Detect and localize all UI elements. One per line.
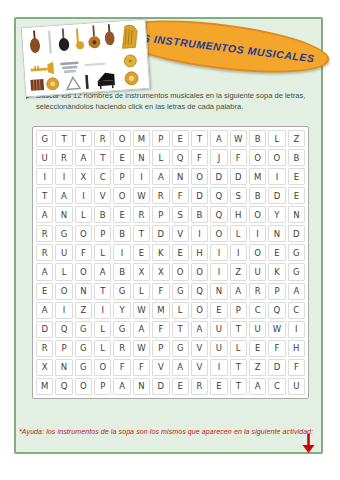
grid-cell[interactable]: F	[152, 321, 169, 338]
grid-cell[interactable]: B	[249, 130, 266, 147]
grid-cell[interactable]: T	[75, 130, 92, 147]
grid-cell[interactable]: O	[191, 168, 208, 185]
grid-cell[interactable]: G	[75, 321, 92, 338]
grid-cell[interactable]: Z	[75, 302, 92, 319]
grid-cell[interactable]: B	[288, 149, 305, 166]
grid-cell[interactable]: U	[55, 244, 72, 261]
grid-cell[interactable]: X	[133, 263, 150, 280]
grid-cell[interactable]: N	[75, 283, 92, 300]
grid-cell[interactable]: W	[133, 302, 150, 319]
grid-cell[interactable]: F	[288, 359, 305, 376]
grid-cell[interactable]: P	[152, 130, 169, 147]
grid-cell[interactable]: W	[268, 321, 285, 338]
grid-cell[interactable]: A	[36, 263, 53, 280]
grid-cell[interactable]: T	[133, 225, 150, 242]
grid-cell[interactable]: O	[191, 263, 208, 280]
grid-cell[interactable]: A	[75, 149, 92, 166]
grid-cell[interactable]: J	[210, 149, 227, 166]
grid-cell[interactable]: D	[230, 168, 247, 185]
grid-cell[interactable]: N	[172, 168, 189, 185]
grid-cell[interactable]: I	[94, 302, 111, 319]
grid-cell[interactable]: B	[249, 187, 266, 204]
grid-cell[interactable]: F	[230, 149, 247, 166]
grid-cell[interactable]: L	[230, 225, 247, 242]
grid-cell[interactable]: T	[172, 321, 189, 338]
grid-cell[interactable]: L	[94, 321, 111, 338]
grid-cell[interactable]: V	[94, 187, 111, 204]
grid-cell[interactable]: U	[210, 340, 227, 357]
grid-cell[interactable]: D	[36, 321, 53, 338]
grid-cell[interactable]: A	[152, 168, 169, 185]
grid-cell[interactable]: E	[113, 206, 130, 223]
grid-cell[interactable]: N	[55, 206, 72, 223]
grid-cell[interactable]: R	[249, 283, 266, 300]
grid-cell[interactable]: G	[288, 263, 305, 280]
grid-cell[interactable]: B	[191, 206, 208, 223]
grid-cell[interactable]: N	[133, 149, 150, 166]
grid-cell[interactable]: M	[36, 378, 53, 395]
grid-cell[interactable]: G	[113, 321, 130, 338]
grid-cell[interactable]: O	[249, 149, 266, 166]
grid-cell[interactable]: D	[268, 359, 285, 376]
grid-cell[interactable]: R	[191, 378, 208, 395]
grid-cell[interactable]: I	[230, 244, 247, 261]
grid-cell[interactable]: F	[113, 359, 130, 376]
grid-cell[interactable]: P	[268, 283, 285, 300]
grid-cell[interactable]: P	[55, 340, 72, 357]
grid-cell[interactable]: G	[288, 244, 305, 261]
grid-cell[interactable]: T	[36, 187, 53, 204]
grid-cell[interactable]: A	[230, 283, 247, 300]
grid-cell[interactable]: A	[113, 378, 130, 395]
grid-cell[interactable]: Q	[55, 378, 72, 395]
grid-cell[interactable]: I	[55, 302, 72, 319]
grid-cell[interactable]: M	[249, 168, 266, 185]
grid-cell[interactable]: O	[172, 263, 189, 280]
grid-cell[interactable]: W	[230, 130, 247, 147]
grid-cell[interactable]: O	[75, 378, 92, 395]
grid-cell[interactable]: T	[94, 149, 111, 166]
grid-cell[interactable]: U	[36, 149, 53, 166]
grid-cell[interactable]: G	[113, 283, 130, 300]
grid-cell[interactable]: T	[230, 359, 247, 376]
grid-cell[interactable]: I	[249, 225, 266, 242]
grid-cell[interactable]: P	[230, 302, 247, 319]
grid-cell[interactable]: N	[268, 225, 285, 242]
grid-cell[interactable]: V	[191, 359, 208, 376]
grid-cell[interactable]: B	[113, 225, 130, 242]
grid-cell[interactable]: F	[172, 187, 189, 204]
grid-cell[interactable]: E	[113, 149, 130, 166]
grid-cell[interactable]: A	[36, 206, 53, 223]
grid-cell[interactable]: X	[152, 263, 169, 280]
grid-cell[interactable]: N	[210, 283, 227, 300]
grid-cell[interactable]: T	[191, 130, 208, 147]
grid-cell[interactable]: N	[133, 378, 150, 395]
grid-cell[interactable]: L	[75, 206, 92, 223]
grid-cell[interactable]: H	[230, 206, 247, 223]
grid-cell[interactable]: E	[172, 378, 189, 395]
grid-cell[interactable]: A	[191, 321, 208, 338]
grid-cell[interactable]: O	[75, 263, 92, 280]
grid-cell[interactable]: E	[288, 168, 305, 185]
grid-cell[interactable]: E	[36, 283, 53, 300]
grid-cell[interactable]: R	[133, 206, 150, 223]
grid-cell[interactable]: C	[249, 302, 266, 319]
grid-cell[interactable]: S	[172, 206, 189, 223]
grid-cell[interactable]: S	[230, 187, 247, 204]
grid-cell[interactable]: O	[55, 283, 72, 300]
grid-cell[interactable]: Q	[210, 206, 227, 223]
grid-cell[interactable]: G	[55, 225, 72, 242]
grid-cell[interactable]: G	[75, 340, 92, 357]
grid-cell[interactable]: I	[210, 263, 227, 280]
grid-cell[interactable]: G	[172, 283, 189, 300]
grid-cell[interactable]: L	[268, 130, 285, 147]
grid-cell[interactable]: M	[152, 302, 169, 319]
grid-cell[interactable]: Z	[230, 263, 247, 280]
grid-cell[interactable]: F	[75, 244, 92, 261]
grid-cell[interactable]: K	[152, 244, 169, 261]
grid-cell[interactable]: O	[249, 206, 266, 223]
grid-cell[interactable]: O	[113, 130, 130, 147]
grid-cell[interactable]: R	[36, 225, 53, 242]
grid-cell[interactable]: Q	[172, 149, 189, 166]
grid-cell[interactable]: R	[36, 244, 53, 261]
grid-cell[interactable]: Q	[210, 187, 227, 204]
grid-cell[interactable]: D	[191, 187, 208, 204]
grid-cell[interactable]: Q	[268, 302, 285, 319]
help-note: *Ayuda: los instrumentos de la sopa son …	[19, 428, 320, 435]
grid-cell[interactable]: P	[152, 206, 169, 223]
grid-cell[interactable]: A	[94, 263, 111, 280]
grid-cell[interactable]: U	[210, 321, 227, 338]
grid-cell[interactable]: E	[268, 244, 285, 261]
grid-cell[interactable]: R	[113, 340, 130, 357]
grid-cell[interactable]: D	[288, 225, 305, 242]
grid-cell[interactable]: D	[268, 187, 285, 204]
grid-cell[interactable]: I	[191, 225, 208, 242]
grid-cell[interactable]: I	[268, 168, 285, 185]
grid-cell[interactable]: R	[36, 340, 53, 357]
grid-cell[interactable]: O	[75, 225, 92, 242]
grid-cell[interactable]: R	[94, 130, 111, 147]
grid-cell[interactable]: P	[152, 340, 169, 357]
grid-cell[interactable]: Q	[191, 283, 208, 300]
grid-cell[interactable]: C	[94, 168, 111, 185]
grid-cell[interactable]: I	[288, 321, 305, 338]
grid-cell[interactable]: K	[268, 263, 285, 280]
grid-cell[interactable]: P	[94, 225, 111, 242]
grid-cell[interactable]: V	[172, 225, 189, 242]
grid-cell[interactable]: T	[55, 130, 72, 147]
grid-cell[interactable]: F	[268, 340, 285, 357]
grid-cell[interactable]: Z	[249, 359, 266, 376]
grid-cell[interactable]: T	[230, 321, 247, 338]
grid-cell[interactable]: A	[55, 187, 72, 204]
grid-cell[interactable]: F	[133, 359, 150, 376]
grid-cell[interactable]: R	[55, 149, 72, 166]
grid-cell[interactable]: G	[36, 130, 53, 147]
grid-cell[interactable]: L	[94, 340, 111, 357]
grid-cell[interactable]: E	[172, 130, 189, 147]
grid-cell[interactable]: F	[191, 149, 208, 166]
grid-cell[interactable]: I	[75, 187, 92, 204]
grid-cell[interactable]: I	[113, 244, 130, 261]
grid-cell[interactable]: L	[230, 340, 247, 357]
grid-cell[interactable]: L	[55, 263, 72, 280]
grid-cell[interactable]: F	[152, 283, 169, 300]
grid-cell[interactable]: Z	[288, 130, 305, 147]
grid-cell[interactable]: E	[210, 302, 227, 319]
grid-cell[interactable]: E	[133, 244, 150, 261]
grid-cell[interactable]: I	[55, 168, 72, 185]
grid-cell[interactable]: U	[249, 263, 266, 280]
grid-cell[interactable]: V	[191, 340, 208, 357]
grid-cell[interactable]: O	[268, 149, 285, 166]
grid-cell[interactable]: O	[191, 302, 208, 319]
grid-cell[interactable]: B	[113, 263, 130, 280]
grid-cell[interactable]: A	[288, 283, 305, 300]
grid-cell[interactable]: N	[55, 359, 72, 376]
grid-cell[interactable]: H	[191, 244, 208, 261]
grid-cell[interactable]: W	[133, 340, 150, 357]
grid-cell[interactable]: D	[152, 378, 169, 395]
grid-cell[interactable]: A	[172, 359, 189, 376]
grid-cell[interactable]: E	[288, 187, 305, 204]
grid-cell[interactable]: M	[133, 130, 150, 147]
grid-cell[interactable]: W	[133, 187, 150, 204]
grid-cell[interactable]: Q	[55, 321, 72, 338]
grid-cell[interactable]: X	[36, 359, 53, 376]
grid-cell[interactable]: L	[133, 283, 150, 300]
instructions-line2: seleccionándolos haciendo click en las l…	[36, 101, 243, 112]
grid-cell[interactable]: L	[94, 244, 111, 261]
grid-cell[interactable]: U	[288, 378, 305, 395]
grid-cell[interactable]: A	[36, 302, 53, 319]
grid-cell[interactable]: I	[210, 244, 227, 261]
grid-cell[interactable]: I	[133, 168, 150, 185]
grid-cell[interactable]: O	[94, 359, 111, 376]
grid-cell[interactable]: D	[210, 168, 227, 185]
grid-cell[interactable]: H	[288, 340, 305, 357]
grid-cell[interactable]: L	[152, 149, 169, 166]
grid-cell[interactable]: T	[94, 283, 111, 300]
grid-cell[interactable]: C	[288, 302, 305, 319]
grid-cell[interactable]: I	[210, 359, 227, 376]
letter-grid: GTTROMPETAWBLZURATENLQFJFOOBIIXCPIANODDM…	[32, 126, 309, 399]
grid-cell[interactable]: A	[249, 378, 266, 395]
grid-cell[interactable]: D	[152, 225, 169, 242]
grid-cell[interactable]: G	[75, 359, 92, 376]
instruments-photo	[21, 19, 151, 98]
grid-cell[interactable]: E	[210, 378, 227, 395]
grid-cell[interactable]: G	[172, 340, 189, 357]
grid-cell[interactable]: N	[288, 206, 305, 223]
grid-cell[interactable]: L	[172, 302, 189, 319]
grid-cell[interactable]: I	[36, 168, 53, 185]
down-arrow-icon[interactable]	[302, 434, 315, 453]
grid-cell[interactable]: A	[133, 321, 150, 338]
grid-cell[interactable]: U	[249, 321, 266, 338]
grid-cell[interactable]: B	[94, 206, 111, 223]
grid-cell[interactable]: A	[210, 130, 227, 147]
grid-cell[interactable]: E	[249, 340, 266, 357]
grid-cell[interactable]: T	[230, 378, 247, 395]
grid-cell[interactable]: O	[210, 225, 227, 242]
grid-cell[interactable]: P	[113, 168, 130, 185]
instruments-collage-icon	[22, 20, 149, 96]
grid-cell[interactable]: P	[94, 378, 111, 395]
grid-cell[interactable]: Y	[268, 206, 285, 223]
grid-cell[interactable]: X	[75, 168, 92, 185]
grid-cell[interactable]: C	[268, 378, 285, 395]
grid-cell[interactable]: E	[172, 244, 189, 261]
grid-cell[interactable]: O	[249, 244, 266, 261]
grid-cell[interactable]: V	[152, 359, 169, 376]
grid-cell[interactable]: R	[152, 187, 169, 204]
grid-cell[interactable]: O	[113, 187, 130, 204]
grid-cell[interactable]: Y	[113, 302, 130, 319]
